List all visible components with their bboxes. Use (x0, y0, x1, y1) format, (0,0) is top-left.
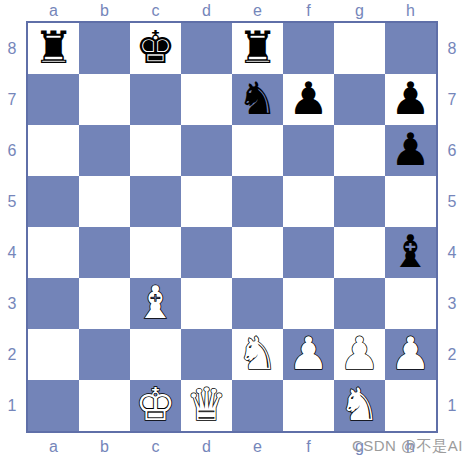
piece-black-pawn: ♟ (288, 73, 328, 124)
file-label-d: d (181, 437, 232, 457)
piece-white-bishop: ♝ (135, 277, 175, 328)
square-h7[interactable]: ♟ (385, 74, 436, 125)
piece-black-bishop: ♝ (390, 226, 430, 277)
square-f1[interactable] (283, 380, 334, 431)
file-label-c: c (130, 437, 181, 457)
square-d4[interactable] (181, 227, 232, 278)
rank-label-8: 8 (0, 23, 24, 74)
rank-label-1: 1 (440, 380, 464, 431)
rank-label-4: 4 (0, 227, 24, 278)
piece-black-pawn: ♟ (390, 124, 430, 175)
square-a3[interactable] (28, 278, 79, 329)
piece-white-king: ♚ (135, 379, 175, 430)
rank-label-7: 7 (0, 74, 24, 125)
square-f2[interactable]: ♟ (283, 329, 334, 380)
file-label-e: e (232, 437, 283, 457)
piece-black-king: ♚ (135, 22, 175, 73)
square-c1[interactable]: ♚ (130, 380, 181, 431)
square-d6[interactable] (181, 125, 232, 176)
file-label-b: b (79, 1, 130, 21)
square-f8[interactable] (283, 23, 334, 74)
square-h3[interactable] (385, 278, 436, 329)
rank-label-2: 2 (0, 329, 24, 380)
piece-white-queen: ♛ (186, 379, 226, 430)
file-label-b: b (79, 437, 130, 457)
rank-labels-left: 87654321 (0, 23, 24, 431)
file-label-e: e (232, 1, 283, 21)
square-g7[interactable] (334, 74, 385, 125)
square-f7[interactable]: ♟ (283, 74, 334, 125)
rank-label-3: 3 (0, 278, 24, 329)
square-b2[interactable] (79, 329, 130, 380)
square-f6[interactable] (283, 125, 334, 176)
rank-labels-right: 87654321 (440, 23, 464, 431)
rank-label-5: 5 (0, 176, 24, 227)
square-f4[interactable] (283, 227, 334, 278)
square-e6[interactable] (232, 125, 283, 176)
piece-white-knight: ♞ (339, 379, 379, 430)
square-a4[interactable] (28, 227, 79, 278)
square-a8[interactable]: ♜ (28, 23, 79, 74)
square-d5[interactable] (181, 176, 232, 227)
square-g8[interactable] (334, 23, 385, 74)
square-e5[interactable] (232, 176, 283, 227)
rank-label-3: 3 (440, 278, 464, 329)
square-b6[interactable] (79, 125, 130, 176)
square-h1[interactable] (385, 380, 436, 431)
square-a2[interactable] (28, 329, 79, 380)
square-e1[interactable] (232, 380, 283, 431)
square-g1[interactable]: ♞ (334, 380, 385, 431)
file-label-f: f (283, 1, 334, 21)
square-f5[interactable] (283, 176, 334, 227)
piece-white-knight: ♞ (237, 328, 277, 379)
square-a6[interactable] (28, 125, 79, 176)
file-labels-top: abcdefgh (28, 1, 436, 21)
square-h6[interactable]: ♟ (385, 125, 436, 176)
file-label-d: d (181, 1, 232, 21)
square-d7[interactable] (181, 74, 232, 125)
square-b4[interactable] (79, 227, 130, 278)
square-g3[interactable] (334, 278, 385, 329)
file-label-a: a (28, 1, 79, 21)
square-e4[interactable] (232, 227, 283, 278)
square-e8[interactable]: ♜ (232, 23, 283, 74)
piece-white-pawn: ♟ (339, 328, 379, 379)
rank-label-1: 1 (0, 380, 24, 431)
square-b7[interactable] (79, 74, 130, 125)
rank-label-5: 5 (440, 176, 464, 227)
square-c3[interactable]: ♝ (130, 278, 181, 329)
chess-diagram: abcdefgh 87654321 ♜♚♜♞♟♟♟♝♝♞♟♟♟♚♛♞ 87654… (0, 0, 465, 461)
square-c8[interactable]: ♚ (130, 23, 181, 74)
piece-black-pawn: ♟ (390, 73, 430, 124)
piece-white-pawn: ♟ (288, 328, 328, 379)
square-a7[interactable] (28, 74, 79, 125)
rank-label-6: 6 (0, 125, 24, 176)
square-e2[interactable]: ♞ (232, 329, 283, 380)
square-b5[interactable] (79, 176, 130, 227)
square-g2[interactable]: ♟ (334, 329, 385, 380)
square-e3[interactable] (232, 278, 283, 329)
rank-label-2: 2 (440, 329, 464, 380)
square-b3[interactable] (79, 278, 130, 329)
chessboard: ♜♚♜♞♟♟♟♝♝♞♟♟♟♚♛♞ (28, 23, 436, 431)
square-c5[interactable] (130, 176, 181, 227)
square-b1[interactable] (79, 380, 130, 431)
file-label-a: a (28, 437, 79, 457)
square-d8[interactable] (181, 23, 232, 74)
piece-black-knight: ♞ (237, 73, 277, 124)
file-label-f: f (283, 437, 334, 457)
square-e7[interactable]: ♞ (232, 74, 283, 125)
square-h4[interactable]: ♝ (385, 227, 436, 278)
rank-label-6: 6 (440, 125, 464, 176)
square-a1[interactable] (28, 380, 79, 431)
square-g5[interactable] (334, 176, 385, 227)
square-d3[interactable] (181, 278, 232, 329)
square-c2[interactable] (130, 329, 181, 380)
rank-label-7: 7 (440, 74, 464, 125)
square-c4[interactable] (130, 227, 181, 278)
file-label-g: g (334, 1, 385, 21)
square-b8[interactable] (79, 23, 130, 74)
piece-black-rook: ♜ (33, 22, 73, 73)
square-f3[interactable] (283, 278, 334, 329)
square-h8[interactable] (385, 23, 436, 74)
watermark: CSDN @不是AI (352, 437, 463, 456)
file-label-c: c (130, 1, 181, 21)
square-a5[interactable] (28, 176, 79, 227)
square-d2[interactable] (181, 329, 232, 380)
square-g6[interactable] (334, 125, 385, 176)
square-c7[interactable] (130, 74, 181, 125)
square-d1[interactable]: ♛ (181, 380, 232, 431)
piece-black-rook: ♜ (237, 22, 277, 73)
rank-label-4: 4 (440, 227, 464, 278)
square-g4[interactable] (334, 227, 385, 278)
file-label-h: h (385, 1, 436, 21)
square-h2[interactable]: ♟ (385, 329, 436, 380)
piece-white-pawn: ♟ (390, 328, 430, 379)
square-c6[interactable] (130, 125, 181, 176)
square-h5[interactable] (385, 176, 436, 227)
rank-label-8: 8 (440, 23, 464, 74)
board-frame: ♜♚♜♞♟♟♟♝♝♞♟♟♟♚♛♞ (26, 21, 438, 433)
